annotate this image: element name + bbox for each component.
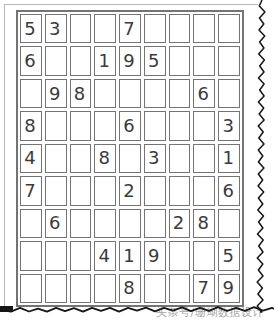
cell-r3c7[interactable] bbox=[169, 79, 191, 108]
cell-r6c3[interactable] bbox=[70, 176, 92, 205]
cell-r4c9[interactable]: 3 bbox=[218, 111, 240, 140]
cell-r7c1[interactable] bbox=[20, 209, 42, 238]
cell-r2c1[interactable]: 6 bbox=[20, 46, 42, 75]
cell-r3c4[interactable] bbox=[94, 79, 116, 108]
page-border-left bbox=[4, 4, 5, 309]
cell-r7c3[interactable] bbox=[70, 209, 92, 238]
cell-r1c9[interactable] bbox=[218, 14, 240, 43]
cell-r5c2[interactable] bbox=[45, 144, 67, 173]
cell-r3c3[interactable]: 8 bbox=[70, 79, 92, 108]
cell-r6c1[interactable]: 7 bbox=[20, 176, 42, 205]
cell-r6c9[interactable]: 6 bbox=[218, 176, 240, 205]
page: { "game": "sudoku", "grid_size": 9, "pos… bbox=[0, 0, 274, 324]
cell-r8c3[interactable] bbox=[70, 241, 92, 270]
cell-r4c3[interactable] bbox=[70, 111, 92, 140]
cell-r7c8[interactable]: 8 bbox=[193, 209, 215, 238]
cell-r5c1[interactable]: 4 bbox=[20, 144, 42, 173]
cell-r4c2[interactable] bbox=[45, 111, 67, 140]
cell-r2c2[interactable] bbox=[45, 46, 67, 75]
cell-r6c5[interactable]: 2 bbox=[119, 176, 141, 205]
cell-r4c4[interactable] bbox=[94, 111, 116, 140]
cell-r6c6[interactable] bbox=[144, 176, 166, 205]
cell-r9c3[interactable] bbox=[70, 274, 92, 303]
cell-r1c5[interactable]: 7 bbox=[119, 14, 141, 43]
cell-r3c1[interactable] bbox=[20, 79, 42, 108]
cell-r8c5[interactable]: 1 bbox=[119, 241, 141, 270]
cell-r5c3[interactable] bbox=[70, 144, 92, 173]
cell-r7c9[interactable] bbox=[218, 209, 240, 238]
cell-r6c7[interactable] bbox=[169, 176, 191, 205]
cell-r3c8[interactable]: 6 bbox=[193, 79, 215, 108]
tear-corner-blob bbox=[0, 306, 13, 312]
cell-r7c7[interactable]: 2 bbox=[169, 209, 191, 238]
cell-r8c2[interactable] bbox=[45, 241, 67, 270]
cell-r8c1[interactable] bbox=[20, 241, 42, 270]
watermark-text: 头条号/珊瑚数据设计 bbox=[156, 305, 264, 320]
cell-r8c6[interactable]: 9 bbox=[144, 241, 166, 270]
cell-r2c7[interactable] bbox=[169, 46, 191, 75]
sudoku-board: 537619598686348317266284195879 bbox=[16, 10, 244, 307]
cell-r4c5[interactable]: 6 bbox=[119, 111, 141, 140]
cell-r5c4[interactable]: 8 bbox=[94, 144, 116, 173]
cell-r5c7[interactable] bbox=[169, 144, 191, 173]
cell-r9c1[interactable] bbox=[20, 274, 42, 303]
cell-r9c8[interactable]: 7 bbox=[193, 274, 215, 303]
cell-r9c2[interactable] bbox=[45, 274, 67, 303]
cell-r1c7[interactable] bbox=[169, 14, 191, 43]
cell-r3c5[interactable] bbox=[119, 79, 141, 108]
cell-r2c6[interactable]: 5 bbox=[144, 46, 166, 75]
cell-r9c4[interactable] bbox=[94, 274, 116, 303]
cell-r6c2[interactable] bbox=[45, 176, 67, 205]
cell-r4c7[interactable] bbox=[169, 111, 191, 140]
cell-r1c3[interactable] bbox=[70, 14, 92, 43]
cell-r2c5[interactable]: 9 bbox=[119, 46, 141, 75]
cell-r3c2[interactable]: 9 bbox=[45, 79, 67, 108]
cell-r5c6[interactable]: 3 bbox=[144, 144, 166, 173]
cell-r1c2[interactable]: 3 bbox=[45, 14, 67, 43]
cell-r9c7[interactable] bbox=[169, 274, 191, 303]
cell-r9c5[interactable]: 8 bbox=[119, 274, 141, 303]
cell-r7c5[interactable] bbox=[119, 209, 141, 238]
cell-r2c8[interactable] bbox=[193, 46, 215, 75]
cell-r9c6[interactable] bbox=[144, 274, 166, 303]
cell-r4c1[interactable]: 8 bbox=[20, 111, 42, 140]
cell-r2c4[interactable]: 1 bbox=[94, 46, 116, 75]
cell-r8c7[interactable] bbox=[169, 241, 191, 270]
cell-r8c9[interactable]: 5 bbox=[218, 241, 240, 270]
cell-r7c2[interactable]: 6 bbox=[45, 209, 67, 238]
cell-r5c5[interactable] bbox=[119, 144, 141, 173]
cell-r4c6[interactable] bbox=[144, 111, 166, 140]
cell-r9c9[interactable]: 9 bbox=[218, 274, 240, 303]
cell-r2c3[interactable] bbox=[70, 46, 92, 75]
cell-r7c4[interactable] bbox=[94, 209, 116, 238]
cell-r1c8[interactable] bbox=[193, 14, 215, 43]
cell-r3c9[interactable] bbox=[218, 79, 240, 108]
cell-r1c1[interactable]: 5 bbox=[20, 14, 42, 43]
cell-r6c4[interactable] bbox=[94, 176, 116, 205]
cell-r7c6[interactable] bbox=[144, 209, 166, 238]
cell-r1c4[interactable] bbox=[94, 14, 116, 43]
cell-r8c8[interactable] bbox=[193, 241, 215, 270]
cell-r5c8[interactable] bbox=[193, 144, 215, 173]
cell-r5c9[interactable]: 1 bbox=[218, 144, 240, 173]
cell-r3c6[interactable] bbox=[144, 79, 166, 108]
cell-r8c4[interactable]: 4 bbox=[94, 241, 116, 270]
cell-r4c8[interactable] bbox=[193, 111, 215, 140]
page-border-top bbox=[4, 4, 258, 5]
cell-r1c6[interactable] bbox=[144, 14, 166, 43]
cell-r2c9[interactable] bbox=[218, 46, 240, 75]
cell-r6c8[interactable] bbox=[193, 176, 215, 205]
